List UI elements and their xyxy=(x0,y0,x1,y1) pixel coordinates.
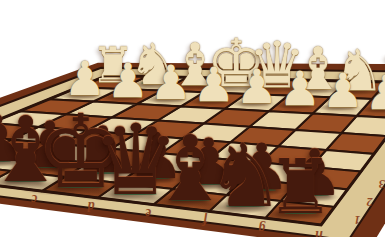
piece-white-p-e2[interactable]: ♟ xyxy=(190,61,237,108)
chess-set-photo: abcdefgh87654321 ♜♞♝♛♚♝♞♜♟♟♟♟♟♟♟♟♟♟♟♟♟♟♟… xyxy=(0,0,385,237)
piece-white-p-b2[interactable]: ♟ xyxy=(319,67,366,114)
piece-black-r-a8[interactable]: ♜ xyxy=(263,150,338,225)
piece-white-p-f2[interactable]: ♟ xyxy=(147,59,194,106)
piece-white-p-a2[interactable]: ♟ xyxy=(362,69,385,116)
pieces-layer: ♜♞♝♛♚♝♞♜♟♟♟♟♟♟♟♟♟♟♟♟♟♟♟♟♜♞♝♛♚♝♞♜ xyxy=(0,0,385,237)
piece-white-p-d2[interactable]: ♟ xyxy=(233,63,280,110)
piece-white-p-c2[interactable]: ♟ xyxy=(276,65,323,112)
